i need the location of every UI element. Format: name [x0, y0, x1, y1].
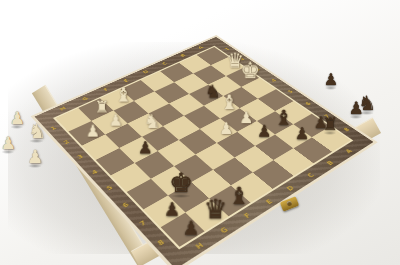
piece-black-pawn-h7[interactable]: ♟ — [164, 201, 180, 219]
coord-label: E — [122, 78, 130, 83]
piece-white-rook-g1[interactable]: ♜ — [94, 99, 109, 115]
coord-label: 8 — [342, 127, 351, 133]
offboard-black-rook-frame-right-corner[interactable]: ♜ — [322, 116, 337, 133]
coord-label: 7 — [138, 219, 148, 227]
piece-black-knight-c3[interactable]: ♞ — [205, 83, 221, 101]
offboard-white-pawn-left-table[interactable]: ♟ — [9, 110, 24, 127]
coord-label: C — [306, 172, 316, 179]
piece-black-bishop-f8[interactable]: ♝ — [228, 185, 249, 209]
offboard-black-pawn-right-table[interactable]: ♟ — [324, 72, 338, 88]
piece-white-bishop-f1[interactable]: ♝ — [114, 85, 132, 105]
coord-label: 3 — [76, 154, 85, 161]
coord-label: 4 — [90, 169, 99, 176]
piece-white-pawn-c5[interactable]: ♟ — [239, 110, 253, 126]
piece-white-pawn-g2[interactable]: ♟ — [109, 112, 123, 128]
coord-label: 6 — [304, 101, 313, 106]
coord-label: 5 — [105, 185, 114, 192]
piece-black-pawn-g4[interactable]: ♟ — [138, 140, 153, 157]
piece-white-pawn-d5[interactable]: ♟ — [219, 121, 233, 137]
coord-label: H — [58, 106, 67, 112]
square-e6[interactable] — [196, 143, 235, 170]
coord-label: 4 — [270, 78, 278, 83]
coord-label: E — [264, 198, 274, 206]
coord-label: F — [102, 87, 110, 92]
coord-label: G — [219, 226, 230, 235]
piece-black-pawn-b7[interactable]: ♟ — [295, 126, 309, 142]
coord-label: G — [81, 96, 89, 102]
coord-label: F — [242, 211, 252, 219]
piece-black-queen-g8[interactable]: ♛ — [204, 196, 228, 223]
coord-label: H — [194, 241, 205, 250]
piece-white-knight-f3[interactable]: ♞ — [144, 112, 161, 131]
piece-black-pawn-h8[interactable]: ♟ — [183, 219, 200, 238]
coord-label: 6 — [121, 201, 131, 209]
coord-label: B — [325, 159, 335, 166]
coord-label: A — [197, 45, 205, 49]
coord-label: 5 — [287, 89, 295, 94]
coord-label: 2 — [62, 139, 70, 145]
coord-label: B — [179, 53, 187, 58]
coord-label: 1 — [50, 126, 58, 132]
coord-label: C — [161, 61, 169, 66]
piece-white-pawn-h2[interactable]: ♟ — [86, 123, 100, 139]
offboard-white-pawn-left-table[interactable]: ♟ — [0, 135, 15, 152]
piece-black-pawn-c6[interactable]: ♟ — [257, 123, 271, 139]
offboard-black-pawn-right-table[interactable]: ♟ — [348, 100, 363, 117]
offboard-white-pawn-left-table[interactable]: ♟ — [27, 148, 43, 166]
coord-label: D — [285, 184, 296, 192]
offboard-white-knight-left-table[interactable]: ♞ — [28, 121, 46, 141]
piece-white-bishop-c4[interactable]: ♝ — [220, 93, 238, 113]
piece-black-bishop-b6[interactable]: ♝ — [274, 108, 292, 129]
coord-label: D — [141, 69, 149, 74]
piece-white-king-a3[interactable]: ♚ — [240, 59, 260, 82]
offboard-black-king-frame-near-edge[interactable]: ♚ — [169, 169, 193, 196]
coord-label: 8 — [156, 238, 166, 247]
coord-label: A — [344, 148, 354, 155]
